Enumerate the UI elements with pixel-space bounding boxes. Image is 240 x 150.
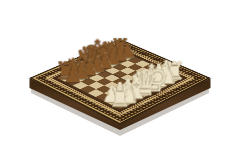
chess-set-photo: ♜♞♝♛♚♝♞♜♟♟♟♟♟♟♟♟♟♟♟♟♟♟♟♟♜♞♝♛♚♝♞♜ [0,0,240,150]
board-scene: ♜♞♝♛♚♝♞♜♟♟♟♟♟♟♟♟♟♟♟♟♟♟♟♟♜♞♝♛♚♝♞♜ [0,0,240,150]
chess-board: ♜♞♝♛♚♝♞♜♟♟♟♟♟♟♟♟♟♟♟♟♟♟♟♟♜♞♝♛♚♝♞♜ [29,39,210,125]
